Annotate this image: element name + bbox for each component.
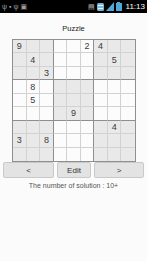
cell-r2c4[interactable] [54,53,68,66]
cell-r1c3[interactable] [40,40,54,53]
cell-r1c6[interactable]: 2 [81,40,95,53]
cell-r7c8[interactable]: 4 [108,121,122,134]
cell-r3c2[interactable] [27,67,41,80]
cell-r9c3[interactable] [40,148,54,161]
prev-puzzle-button[interactable]: < [3,162,54,178]
clock: 11:13 [126,0,145,13]
usb-storage-icon: ψ [13,0,18,13]
cell-r6c7[interactable] [94,107,108,120]
cell-r3c8[interactable] [108,67,122,80]
cell-r7c4[interactable] [54,121,68,134]
cell-r4c7[interactable] [94,80,108,93]
cell-r8c3[interactable]: 8 [40,134,54,147]
camera-icon: ▣ [20,0,27,13]
cell-r9c2[interactable] [27,148,41,161]
cell-r5c8[interactable] [108,94,122,107]
cell-r3c3[interactable]: 3 [40,67,54,80]
sdcard-icon: ▤ [88,0,95,13]
cell-r9c8[interactable] [108,148,122,161]
cell-r5c6[interactable] [81,94,95,107]
cell-r9c6[interactable] [81,148,95,161]
cell-r5c2[interactable]: 5 [27,94,41,107]
cell-r6c5[interactable]: 9 [67,107,81,120]
cell-r4c4[interactable] [54,80,68,93]
cell-r7c6[interactable] [81,121,95,134]
cell-r8c5[interactable] [67,134,81,147]
cell-r5c1[interactable] [13,94,27,107]
cell-r2c6[interactable] [81,53,95,66]
page-title: Puzzle [0,24,147,33]
solution-count-text: The number of solution : 10+ [0,182,147,189]
status-bar-right-icons: ▤ 11:13 [88,0,145,13]
cell-r8c7[interactable] [94,134,108,147]
cell-r4c8[interactable] [108,80,122,93]
cell-r1c1[interactable]: 9 [13,40,27,53]
cell-r5c7[interactable] [94,94,108,107]
cell-r9c1[interactable] [13,148,27,161]
cell-r4c5[interactable] [67,80,81,93]
usb-connected-icon: ψ [2,0,7,13]
cell-r3c1[interactable] [13,67,27,80]
cell-r4c9[interactable] [121,80,135,93]
app-screen: ψ ▪ ψ ▣ ▤ 11:13 Puzzle 924453859438 < Ed… [0,0,147,261]
usb-debugging-icon: ▪ [9,0,11,13]
cell-r3c4[interactable] [54,67,68,80]
edit-button[interactable]: Edit [57,162,91,178]
cell-r6c8[interactable] [108,107,122,120]
cell-r9c7[interactable] [94,148,108,161]
cell-r2c5[interactable] [67,53,81,66]
cell-r5c5[interactable] [67,94,81,107]
cell-r6c1[interactable] [13,107,27,120]
cell-r4c1[interactable] [13,80,27,93]
cell-r9c5[interactable] [67,148,81,161]
next-puzzle-button[interactable]: > [94,162,144,178]
cell-r1c9[interactable] [121,40,135,53]
cell-r3c7[interactable] [94,67,108,80]
cell-r4c2[interactable]: 8 [27,80,41,93]
network-icon [97,3,104,11]
cell-r5c4[interactable] [54,94,68,107]
cell-r1c7[interactable]: 4 [94,40,108,53]
cell-r8c8[interactable] [108,134,122,147]
cell-r5c9[interactable] [121,94,135,107]
cell-r6c2[interactable] [27,107,41,120]
cell-r2c7[interactable] [94,53,108,66]
cell-r8c1[interactable]: 3 [13,134,27,147]
status-bar: ψ ▪ ψ ▣ ▤ 11:13 [0,0,147,13]
battery-icon [116,2,122,11]
sudoku-board: 924453859438 [12,39,136,162]
cell-r4c3[interactable] [40,80,54,93]
cell-r7c7[interactable] [94,121,108,134]
cell-r1c2[interactable] [27,40,41,53]
cell-r2c2[interactable]: 4 [27,53,41,66]
cell-r7c1[interactable] [13,121,27,134]
cell-r8c4[interactable] [54,134,68,147]
cell-r1c4[interactable] [54,40,68,53]
cell-r2c9[interactable] [121,53,135,66]
cell-r1c5[interactable] [67,40,81,53]
cell-r9c9[interactable] [121,148,135,161]
cell-r6c6[interactable] [81,107,95,120]
cell-r1c8[interactable] [108,40,122,53]
cell-r3c5[interactable] [67,67,81,80]
signal-icon [106,2,114,11]
cell-r8c6[interactable] [81,134,95,147]
cell-r5c3[interactable] [40,94,54,107]
cell-r2c3[interactable] [40,53,54,66]
cell-r8c9[interactable] [121,134,135,147]
status-bar-left-icons: ψ ▪ ψ ▣ [2,0,27,13]
cell-r2c1[interactable] [13,53,27,66]
cell-r2c8[interactable]: 5 [108,53,122,66]
cell-r3c6[interactable] [81,67,95,80]
cell-r6c3[interactable] [40,107,54,120]
cell-r6c4[interactable] [54,107,68,120]
cell-r7c3[interactable] [40,121,54,134]
cell-r7c5[interactable] [67,121,81,134]
cell-r4c6[interactable] [81,80,95,93]
cell-r3c9[interactable] [121,67,135,80]
cell-r6c9[interactable] [121,107,135,120]
cell-r7c2[interactable] [27,121,41,134]
cell-r7c9[interactable] [121,121,135,134]
cell-r9c4[interactable] [54,148,68,161]
cell-r8c2[interactable] [27,134,41,147]
